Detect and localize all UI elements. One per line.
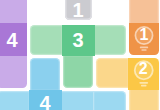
purple-piece-cell[interactable]	[0, 0, 27, 25]
lightbulb-icon	[128, 58, 160, 90]
green-piece-cell[interactable]	[30, 25, 63, 55]
puzzle-board: 413124	[0, 0, 160, 110]
orange-bulb-cell[interactable]: 1	[129, 23, 159, 55]
yellow-bulb-cell[interactable]: 2	[128, 58, 160, 90]
blue-piece-cell[interactable]	[30, 58, 60, 91]
tile-number: 1	[65, 0, 92, 24]
tile-number: 3	[62, 25, 95, 57]
tile-number: 1	[129, 23, 159, 46]
tile-number: 4	[29, 86, 62, 110]
purple-piece-cell[interactable]	[0, 55, 27, 88]
tile-number: 2	[128, 58, 160, 81]
purple-piece-number-cell[interactable]: 4	[0, 23, 27, 56]
blue-piece-number-cell[interactable]: 4	[29, 90, 62, 110]
gray-one-tile[interactable]: 1	[65, 0, 92, 20]
green-piece-number-cell[interactable]: 3	[62, 25, 95, 57]
blue-piece-cell[interactable]	[0, 91, 30, 110]
green-piece-cell[interactable]	[93, 25, 126, 55]
blue-piece-cell[interactable]	[60, 91, 96, 110]
yellow-piece-cell[interactable]	[96, 58, 129, 88]
blue-piece-cell[interactable]	[93, 91, 126, 110]
lightbulb-icon	[129, 23, 159, 55]
orange-piece-cell[interactable]	[129, 0, 159, 25]
tile-number: 4	[0, 23, 27, 56]
yellow-piece-cell[interactable]	[129, 88, 159, 110]
green-piece-cell[interactable]	[63, 55, 93, 88]
